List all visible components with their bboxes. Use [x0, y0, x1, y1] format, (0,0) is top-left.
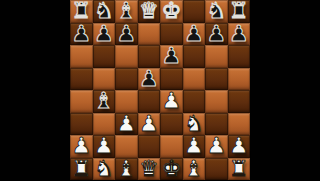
video-frame: ♜♞♝♛♚♞♜♟♟♟♟♟♟♟♟♝♟♟♟♞♟♟♟♟♟♜♞♝♛♚♝♜ [0, 0, 320, 180]
piece-white-bishop[interactable]: ♝ [116, 158, 136, 180]
square-b3[interactable] [93, 113, 116, 136]
piece-black-pawn[interactable]: ♟ [206, 23, 226, 45]
piece-white-knight[interactable]: ♞ [94, 158, 114, 180]
piece-white-pawn[interactable]: ♟ [161, 90, 181, 112]
letterbox-right [250, 0, 320, 180]
piece-black-pawn[interactable]: ♟ [139, 68, 159, 90]
square-h8[interactable]: ♜ [228, 0, 251, 23]
square-b7[interactable]: ♟ [93, 23, 116, 46]
square-d4[interactable] [138, 90, 161, 113]
square-f6[interactable] [183, 45, 206, 68]
square-h3[interactable] [228, 113, 251, 136]
piece-white-pawn[interactable]: ♟ [94, 135, 114, 157]
piece-black-pawn[interactable]: ♟ [184, 23, 204, 45]
square-h1[interactable]: ♜ [228, 158, 251, 181]
piece-white-queen[interactable]: ♛ [139, 158, 159, 180]
piece-white-pawn[interactable]: ♟ [139, 113, 159, 135]
square-a6[interactable] [70, 45, 93, 68]
square-e6[interactable]: ♟ [160, 45, 183, 68]
square-d6[interactable] [138, 45, 161, 68]
square-f3[interactable]: ♞ [183, 113, 206, 136]
square-h5[interactable] [228, 68, 251, 91]
square-h2[interactable]: ♟ [228, 135, 251, 158]
square-f4[interactable] [183, 90, 206, 113]
piece-white-rook[interactable]: ♜ [71, 158, 91, 180]
square-f2[interactable]: ♟ [183, 135, 206, 158]
square-c2[interactable] [115, 135, 138, 158]
square-f8[interactable] [183, 0, 206, 23]
square-d5[interactable]: ♟ [138, 68, 161, 91]
square-d3[interactable]: ♟ [138, 113, 161, 136]
square-c3[interactable]: ♟ [115, 113, 138, 136]
piece-black-knight[interactable]: ♞ [94, 0, 114, 22]
square-c1[interactable]: ♝ [115, 158, 138, 181]
piece-white-pawn[interactable]: ♟ [229, 135, 249, 157]
square-e7[interactable] [160, 23, 183, 46]
square-b8[interactable]: ♞ [93, 0, 116, 23]
square-g4[interactable] [205, 90, 228, 113]
square-c5[interactable] [115, 68, 138, 91]
square-g8[interactable]: ♞ [205, 0, 228, 23]
square-c7[interactable]: ♟ [115, 23, 138, 46]
piece-white-pawn[interactable]: ♟ [116, 113, 136, 135]
square-g6[interactable] [205, 45, 228, 68]
square-g2[interactable]: ♟ [205, 135, 228, 158]
piece-white-pawn[interactable]: ♟ [184, 135, 204, 157]
piece-black-queen[interactable]: ♛ [139, 0, 159, 22]
square-d1[interactable]: ♛ [138, 158, 161, 181]
piece-white-knight[interactable]: ♞ [184, 113, 204, 135]
square-e4[interactable]: ♟ [160, 90, 183, 113]
square-b4[interactable]: ♝ [93, 90, 116, 113]
square-h7[interactable]: ♟ [228, 23, 251, 46]
piece-black-pawn[interactable]: ♟ [94, 23, 114, 45]
square-f7[interactable]: ♟ [183, 23, 206, 46]
square-c6[interactable] [115, 45, 138, 68]
piece-white-rook[interactable]: ♜ [229, 158, 249, 180]
piece-white-pawn[interactable]: ♟ [71, 135, 91, 157]
square-g5[interactable] [205, 68, 228, 91]
square-a8[interactable]: ♜ [70, 0, 93, 23]
piece-white-king[interactable]: ♚ [161, 158, 181, 180]
piece-black-king[interactable]: ♚ [161, 0, 181, 22]
square-c4[interactable] [115, 90, 138, 113]
square-a1[interactable]: ♜ [70, 158, 93, 181]
square-d7[interactable] [138, 23, 161, 46]
square-g1[interactable] [205, 158, 228, 181]
square-g7[interactable]: ♟ [205, 23, 228, 46]
square-b5[interactable] [93, 68, 116, 91]
letterbox-left [0, 0, 70, 180]
piece-white-pawn[interactable]: ♟ [206, 135, 226, 157]
piece-black-bishop[interactable]: ♝ [94, 90, 114, 112]
piece-black-pawn[interactable]: ♟ [116, 23, 136, 45]
piece-black-pawn[interactable]: ♟ [161, 45, 181, 67]
square-e2[interactable] [160, 135, 183, 158]
square-a3[interactable] [70, 113, 93, 136]
piece-black-rook[interactable]: ♜ [71, 0, 91, 22]
piece-black-pawn[interactable]: ♟ [71, 23, 91, 45]
piece-black-bishop[interactable]: ♝ [116, 0, 136, 22]
square-d8[interactable]: ♛ [138, 0, 161, 23]
square-b1[interactable]: ♞ [93, 158, 116, 181]
square-e5[interactable] [160, 68, 183, 91]
square-d2[interactable] [138, 135, 161, 158]
piece-black-knight[interactable]: ♞ [206, 0, 226, 22]
square-g3[interactable] [205, 113, 228, 136]
square-e8[interactable]: ♚ [160, 0, 183, 23]
square-e1[interactable]: ♚ [160, 158, 183, 181]
square-f1[interactable]: ♝ [183, 158, 206, 181]
piece-black-pawn[interactable]: ♟ [229, 23, 249, 45]
square-b2[interactable]: ♟ [93, 135, 116, 158]
square-f5[interactable] [183, 68, 206, 91]
chess-board: ♜♞♝♛♚♞♜♟♟♟♟♟♟♟♟♝♟♟♟♞♟♟♟♟♟♜♞♝♛♚♝♜ [70, 0, 250, 180]
square-h4[interactable] [228, 90, 251, 113]
square-a7[interactable]: ♟ [70, 23, 93, 46]
square-a5[interactable] [70, 68, 93, 91]
square-c8[interactable]: ♝ [115, 0, 138, 23]
square-e3[interactable] [160, 113, 183, 136]
piece-black-rook[interactable]: ♜ [229, 0, 249, 22]
square-h6[interactable] [228, 45, 251, 68]
square-b6[interactable] [93, 45, 116, 68]
square-a4[interactable] [70, 90, 93, 113]
square-a2[interactable]: ♟ [70, 135, 93, 158]
piece-white-bishop[interactable]: ♝ [184, 158, 204, 180]
